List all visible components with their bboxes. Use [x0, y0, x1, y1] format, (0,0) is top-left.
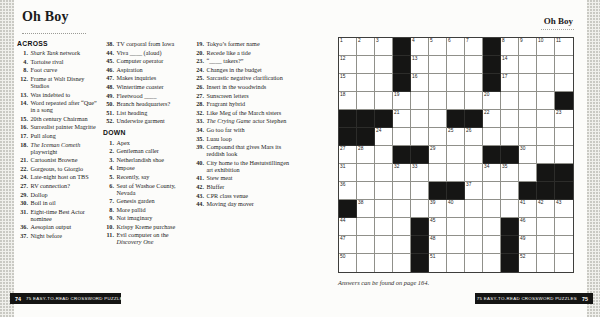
black-cell	[393, 74, 411, 92]
clue-list: ACROSS1.Shark Tank network4.Tortoise riv…	[17, 40, 293, 247]
grid-cell	[447, 236, 465, 254]
clue-text: Pull along	[31, 132, 101, 139]
grid-cell	[447, 92, 465, 110]
clue-item: 50.Branch headquarters?	[103, 100, 190, 107]
clue-item: 6.Seat of Washoe County, Nevada	[103, 182, 190, 196]
grid-cell: 20	[483, 92, 501, 110]
cell-number: 18	[340, 92, 345, 97]
grid-cell: 46	[519, 218, 537, 236]
clue-item: 25.Sarcastic negative clarification	[193, 74, 293, 81]
clue-item: 41.Stew meat	[193, 174, 293, 181]
clue-text: Surrealist painter Magritte	[31, 123, 101, 130]
clue-number: 28.	[193, 100, 207, 107]
grid-cell	[501, 92, 519, 110]
clue-number: 27.	[193, 92, 207, 99]
grid-cell	[465, 74, 483, 92]
clue-item: 1.Apex	[103, 139, 190, 146]
grid-cell	[465, 92, 483, 110]
grid-cell	[411, 182, 429, 200]
grid-cell: 19	[393, 92, 411, 110]
grid-cell	[465, 146, 483, 164]
black-cell	[465, 110, 483, 128]
clue-text: Like Meg of the March sisters	[207, 109, 294, 116]
clue-item: 14.Word repeated after “Que” in a song	[17, 99, 100, 113]
clue-text: Dollop	[31, 191, 101, 198]
cell-number: 24	[376, 128, 381, 133]
grid-cell: 18	[339, 92, 357, 110]
clue-item: 30.Boil in oil	[17, 199, 100, 206]
black-cell	[411, 146, 429, 164]
grid-cell: 52	[519, 254, 537, 272]
grid-cell: 28	[357, 146, 375, 164]
clue-number: 49.	[103, 92, 117, 99]
clue-item: 17.Pull along	[17, 132, 100, 139]
book-spread: Oh Boy ACROSS1.Shark Tank network4.Torto…	[0, 0, 600, 317]
clue-text: “____ takers?”	[207, 57, 294, 64]
cell-number: 33	[412, 164, 417, 169]
clue-text: Recede like a tide	[207, 49, 294, 56]
footer-bar-right: 75 EASY-TO-READ CROSSWORD PUZZLES 75	[475, 293, 593, 304]
grid-cell: 48	[429, 236, 447, 254]
grid-cell	[519, 110, 537, 128]
grid-cell: 21	[393, 110, 411, 128]
clue-item: 3.Netherlandish shoe	[103, 156, 190, 163]
grid-cell	[393, 200, 411, 218]
clue-number: 21.	[17, 156, 31, 163]
clue-text: Luau loop	[207, 135, 294, 142]
clue-item: 24.Changes in the budget	[193, 66, 293, 73]
grid-cell	[537, 128, 555, 146]
clue-item: 37.Night before	[17, 232, 100, 239]
clue-text: Underwire garment	[117, 117, 191, 124]
black-cell	[483, 38, 501, 56]
clue-number: 25.	[193, 74, 207, 81]
clue-item: 22.Gorgeous, to Giorgio	[17, 165, 100, 172]
grid-cell	[447, 56, 465, 74]
grid-cell	[411, 200, 429, 218]
grid-cell: 12	[339, 56, 357, 74]
clue-number: 15.	[17, 115, 31, 122]
grid-cell	[465, 200, 483, 218]
clue-item: 21.Cartoonist Browne	[17, 156, 100, 163]
grid-cell: 31	[339, 164, 357, 182]
grid-cell	[447, 218, 465, 236]
grid-cell: 40	[447, 200, 465, 218]
grid-cell: 17	[501, 74, 519, 92]
cell-number: 4	[412, 38, 415, 43]
grid-cell	[465, 236, 483, 254]
cell-number: 2	[358, 38, 361, 43]
grid-cell	[483, 128, 501, 146]
grid-cell	[519, 56, 537, 74]
grid-cell	[393, 254, 411, 272]
grid-cell: 8	[501, 38, 519, 56]
grid-cell: 39	[429, 200, 447, 218]
clue-item: 26.Insert in the woodwinds	[193, 83, 293, 90]
clue-number: 40.	[193, 159, 207, 173]
clue-number: 39.	[193, 143, 207, 157]
cell-number: 47	[340, 236, 345, 241]
clue-item: 47.Makes inquiries	[103, 74, 190, 81]
grid-cell	[429, 56, 447, 74]
clue-text: Changes in the budget	[207, 66, 294, 73]
black-cell	[501, 236, 519, 254]
black-cell	[555, 92, 573, 110]
clue-number: 44.	[193, 200, 207, 207]
clue-item: 1.Shark Tank network	[17, 49, 100, 56]
grid-cell	[519, 74, 537, 92]
grid-cell	[357, 164, 375, 182]
grid-cell	[555, 128, 573, 146]
grid-cell	[519, 128, 537, 146]
grid-cell: 24	[375, 128, 393, 146]
clue-text: Netherlandish shoe	[117, 156, 191, 163]
cell-number: 3	[376, 38, 379, 43]
grid-cell	[483, 236, 501, 254]
clue-item: 13.Was indebted to	[17, 91, 100, 98]
cell-number: 26	[466, 128, 471, 133]
clue-item: 52.Underwire garment	[103, 117, 190, 124]
clue-text: Word repeated after “Que” in a song	[31, 99, 101, 113]
cell-number: 11	[556, 38, 561, 43]
grid-cell	[519, 164, 537, 182]
grid-cell	[375, 200, 393, 218]
clue-number: 6.	[103, 182, 117, 196]
clue-number: 17.	[17, 132, 31, 139]
crossword-grid: 1234567891011121314151617181920212223242…	[338, 37, 574, 273]
clue-text: Cartoonist Browne	[31, 156, 101, 163]
clue-item: 46.Aspiration	[103, 66, 190, 73]
clue-number: 38.	[103, 40, 117, 47]
clue-item: 8.More pallid	[103, 206, 190, 213]
grid-cell	[537, 236, 555, 254]
clue-number: 4.	[17, 58, 31, 65]
grid-cell	[375, 164, 393, 182]
grid-cell: 3	[375, 38, 393, 56]
grid-cell	[501, 128, 519, 146]
clue-text: The Crying Game actor Stephen	[207, 117, 294, 124]
grid-cell: 51	[429, 254, 447, 272]
cell-number: 5	[430, 38, 433, 43]
black-cell	[483, 56, 501, 74]
black-cell	[393, 56, 411, 74]
black-cell	[393, 38, 411, 56]
clue-number: 1.	[17, 49, 31, 56]
cell-number: 12	[340, 56, 345, 61]
grid-cell: 29	[429, 146, 447, 164]
clue-text: Recently, say	[117, 173, 191, 180]
grid-cell	[375, 236, 393, 254]
clue-number: 41.	[193, 174, 207, 181]
clue-number: 8.	[17, 66, 31, 73]
clue-text: Foot curve	[31, 66, 101, 73]
grid-cell	[429, 110, 447, 128]
clue-text: Gentleman caller	[117, 147, 191, 154]
grid-cell	[483, 182, 501, 200]
grid-cell	[393, 236, 411, 254]
grid-cell: 30	[519, 146, 537, 164]
grid-cell	[447, 164, 465, 182]
cell-number: 46	[520, 218, 525, 223]
clue-text: City home to the Høstutstillingen art ex…	[207, 159, 294, 173]
grid-cell	[465, 254, 483, 272]
cell-number: 23	[556, 110, 561, 115]
clue-number: 46.	[103, 66, 117, 73]
clue-item: 19.Tokyo’s former name	[193, 40, 293, 47]
grid-cell	[357, 236, 375, 254]
black-cell	[429, 182, 447, 200]
clue-text: Boil in oil	[31, 199, 101, 206]
cell-number: 8	[502, 38, 505, 43]
clue-item: 35.Luau loop	[193, 135, 293, 142]
grid-cell: 6	[447, 38, 465, 56]
clue-number: 45.	[103, 57, 117, 64]
page-number-right: 75	[582, 296, 588, 302]
cell-number: 25	[448, 128, 453, 133]
black-cell	[447, 110, 465, 128]
black-cell	[411, 236, 429, 254]
clue-item: 4.Tortoise rival	[17, 58, 100, 65]
grid-cell	[555, 236, 573, 254]
clue-text: Tortoise rival	[31, 58, 101, 65]
cell-number: 9	[520, 38, 523, 43]
clue-column-middle: 38.TV corporal from Iowa44.Viva ____ (al…	[103, 40, 190, 247]
clue-text: Compound that gives Mars its reddish loo…	[207, 143, 294, 157]
grid-cell	[429, 92, 447, 110]
series-title: 75 EASY-TO-READ CROSSWORD PUZZLES	[26, 296, 126, 301]
grid-cell	[375, 182, 393, 200]
cell-number: 39	[430, 200, 435, 205]
clue-item: 34.Go too far with	[193, 126, 293, 133]
cell-number: 44	[340, 218, 345, 223]
clue-number: 20.	[193, 49, 207, 56]
grid-cell: 50	[339, 254, 357, 272]
clue-item: 43.CPR class venue	[193, 192, 293, 199]
grid-cell	[393, 218, 411, 236]
grid-cell	[465, 164, 483, 182]
cell-number: 31	[340, 164, 345, 169]
clue-number: 1.	[103, 139, 117, 146]
grid-cell	[555, 56, 573, 74]
grid-cell	[393, 128, 411, 146]
clue-text: Moving day mover	[207, 200, 294, 207]
grid-cell	[537, 92, 555, 110]
grid-cell	[483, 218, 501, 236]
clue-number: 26.	[193, 83, 207, 90]
grid-cell	[465, 218, 483, 236]
clue-item: 31.Eight-time Best Actor nominee	[17, 208, 100, 222]
black-cell	[483, 74, 501, 92]
clue-text: Genesis garden	[117, 197, 191, 204]
clue-number: 22.	[17, 165, 31, 172]
cell-number: 45	[430, 218, 435, 223]
clue-number: 43.	[193, 192, 207, 199]
cell-number: 15	[340, 74, 345, 79]
clue-text: Krispy Kreme purchase	[117, 223, 191, 230]
series-title: 75 EASY-TO-READ CROSSWORD PUZZLES	[477, 296, 577, 301]
grid-cell: 1	[339, 38, 357, 56]
grid-cell: 15	[339, 74, 357, 92]
grid-cell	[375, 56, 393, 74]
cell-number: 14	[502, 56, 507, 61]
clue-number: 12.	[17, 75, 31, 89]
clue-text: RV connection?	[31, 182, 101, 189]
clue-item: 10.Krispy Kreme purchase	[103, 223, 190, 230]
grid-cell: 34	[483, 164, 501, 182]
grid-cell: 11	[555, 38, 573, 56]
grid-cell: 32	[393, 164, 411, 182]
grid-cell	[411, 110, 429, 128]
grid-cell	[375, 218, 393, 236]
cell-number: 32	[394, 164, 399, 169]
cell-number: 10	[538, 38, 543, 43]
cell-number: 43	[556, 200, 561, 205]
grid-cell	[375, 146, 393, 164]
clue-item: 12.Frame at Walt Disney Studios	[17, 75, 100, 89]
clue-text: Tokyo’s former name	[207, 40, 294, 47]
clue-text: Shark Tank network	[31, 49, 101, 56]
clue-text: More pallid	[117, 206, 191, 213]
cell-number: 52	[520, 254, 525, 259]
cell-number: 38	[358, 200, 363, 205]
clue-number: 7.	[103, 197, 117, 204]
clue-item: 18.The Iceman Cometh playwright	[17, 141, 100, 155]
clue-number: 24.	[193, 66, 207, 73]
page-edge-right	[587, 0, 600, 317]
clue-text: The Iceman Cometh playwright	[31, 141, 101, 155]
clue-item: 4.Impose	[103, 164, 190, 171]
clue-item: 44.Viva ____ (aloud)	[103, 49, 190, 56]
grid-cell: 26	[465, 128, 483, 146]
grid-cell: 45	[429, 218, 447, 236]
grid-cell: 14	[501, 56, 519, 74]
grid-cell	[375, 74, 393, 92]
answers-note: Answers can be found on page 164.	[338, 279, 429, 286]
clue-number: 48.	[103, 83, 117, 90]
cell-number: 41	[520, 200, 525, 205]
grid-cell	[375, 254, 393, 272]
clue-item: 38.TV corporal from Iowa	[103, 40, 190, 47]
clue-text: CPR class venue	[207, 192, 294, 199]
clue-number: 27.	[17, 182, 31, 189]
clue-number: 47.	[103, 74, 117, 81]
clue-text: Evil computer on the Discovery One	[117, 231, 191, 245]
clue-number: 31.	[17, 208, 31, 222]
grid-cell: 5	[429, 38, 447, 56]
clue-item: 42.Bluffer	[193, 183, 293, 190]
grid-cell	[357, 218, 375, 236]
clue-item: 48.Wintertime coaster	[103, 83, 190, 90]
clue-item: 7.Genesis garden	[103, 197, 190, 204]
grid-cell	[357, 92, 375, 110]
clue-text: Seat of Washoe County, Nevada	[117, 182, 191, 196]
clue-number: 33.	[193, 117, 207, 124]
page-edge-left	[0, 0, 14, 317]
grid-cell	[357, 182, 375, 200]
cell-number: 37	[466, 182, 471, 187]
black-cell	[393, 146, 411, 164]
cell-number: 30	[520, 146, 525, 151]
clue-item: 44.Moving day mover	[193, 200, 293, 207]
black-cell	[411, 254, 429, 272]
cell-number: 29	[430, 146, 435, 151]
black-cell	[357, 128, 375, 146]
clue-number: 35.	[193, 135, 207, 142]
clue-text: Go too far with	[207, 126, 294, 133]
black-cell	[339, 110, 357, 128]
grid-cell: 49	[519, 236, 537, 254]
clue-text: Insert in the woodwinds	[207, 83, 294, 90]
black-cell	[555, 164, 573, 182]
grid-cell: 35	[501, 164, 519, 182]
grid-cell: 38	[357, 200, 375, 218]
down-heading: DOWN	[103, 129, 190, 136]
clue-text: Aspiration	[117, 66, 191, 73]
clue-text: Apex	[117, 139, 191, 146]
clue-number: 37.	[17, 232, 31, 239]
clue-number: 51.	[103, 109, 117, 116]
cell-number: 20	[484, 92, 489, 97]
grid-cell: 27	[339, 146, 357, 164]
black-cell	[501, 218, 519, 236]
clue-text: Frame at Walt Disney Studios	[31, 75, 101, 89]
clue-number: 36.	[17, 223, 31, 230]
clue-item: 2.Gentleman caller	[103, 147, 190, 154]
clue-number: 50.	[103, 100, 117, 107]
clue-item: 27.Sunscreen letters	[193, 92, 293, 99]
grid-cell: 2	[357, 38, 375, 56]
black-cell	[555, 182, 573, 200]
grid-cell	[465, 56, 483, 74]
cell-number: 48	[430, 236, 435, 241]
across-heading: ACROSS	[17, 40, 100, 47]
clue-item: 36.Aesopian output	[17, 223, 100, 230]
cell-number: 19	[394, 92, 399, 97]
cell-number: 49	[520, 236, 525, 241]
grid-cell	[501, 110, 519, 128]
clue-item: 20.Recede like a tide	[193, 49, 293, 56]
clue-item: 27.RV connection?	[17, 182, 100, 189]
grid-cell: 25	[447, 128, 465, 146]
clue-number: 32.	[193, 109, 207, 116]
cell-number: 50	[340, 254, 345, 259]
clue-item: 28.Fragrant hybrid	[193, 100, 293, 107]
grid-cell	[537, 74, 555, 92]
clue-text: Fragrant hybrid	[207, 100, 294, 107]
black-cell	[537, 182, 555, 200]
clue-number: 29.	[17, 191, 31, 198]
grid-cell: 41	[519, 200, 537, 218]
grid-cell	[537, 110, 555, 128]
cell-number: 13	[412, 56, 417, 61]
black-cell	[375, 110, 393, 128]
black-cell	[447, 182, 465, 200]
grid-cell: 42	[537, 200, 555, 218]
grid-cell: 9	[519, 38, 537, 56]
clue-number: 13.	[17, 91, 31, 98]
grid-cell: 16	[411, 74, 429, 92]
grid-cell: 22	[483, 110, 501, 128]
clue-number: 23.	[193, 57, 207, 64]
clue-text: Bluffer	[207, 183, 294, 190]
cell-number: 35	[502, 164, 507, 169]
clue-number: 34.	[193, 126, 207, 133]
cell-number: 40	[448, 200, 453, 205]
grid-cell: 36	[339, 182, 357, 200]
grid-cell: 47	[339, 236, 357, 254]
clue-item: 32.Like Meg of the March sisters	[193, 109, 293, 116]
grid-cell	[501, 200, 519, 218]
